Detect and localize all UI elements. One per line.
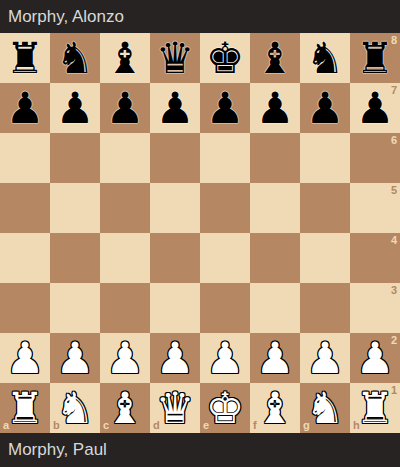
file-label-g: g [303,420,310,431]
square-h5[interactable]: 5 [350,183,400,233]
rank-label-2: 2 [391,335,397,346]
square-e1[interactable]: ♚e [200,383,250,433]
square-a6[interactable] [0,133,50,183]
square-g7[interactable]: ♟ [300,83,350,133]
square-a7[interactable]: ♟ [0,83,50,133]
square-c4[interactable] [100,233,150,283]
piece-white-pawn[interactable]: ♟ [100,333,150,383]
piece-black-pawn[interactable]: ♟ [200,83,250,133]
player-bar-bottom: Morphy, Paul [0,433,400,467]
square-e7[interactable]: ♟ [200,83,250,133]
piece-black-bishop[interactable]: ♝ [100,33,150,83]
square-f4[interactable] [250,233,300,283]
player-name-white: Morphy, Paul [8,440,107,460]
square-g2[interactable]: ♟ [300,333,350,383]
piece-black-king[interactable]: ♚ [200,33,250,83]
square-b6[interactable] [50,133,100,183]
piece-black-pawn[interactable]: ♟ [100,83,150,133]
square-e5[interactable] [200,183,250,233]
square-e3[interactable] [200,283,250,333]
rank-label-1: 1 [391,385,397,396]
player-bar-top: Morphy, Alonzo [0,0,400,33]
piece-black-pawn[interactable]: ♟ [150,83,200,133]
square-b2[interactable]: ♟ [50,333,100,383]
square-b1[interactable]: ♞b [50,383,100,433]
square-a4[interactable] [0,233,50,283]
square-h2[interactable]: ♟2 [350,333,400,383]
piece-black-pawn[interactable]: ♟ [50,83,100,133]
file-label-h: h [353,420,360,431]
file-label-d: d [153,420,160,431]
square-c7[interactable]: ♟ [100,83,150,133]
chess-board: ♜♞♝♛♚♝♞♜8♟♟♟♟♟♟♟♟76543♟♟♟♟♟♟♟♟2♜a♞b♝c♛d♚… [0,33,400,433]
rank-label-5: 5 [391,185,397,196]
square-e8[interactable]: ♚ [200,33,250,83]
square-d4[interactable] [150,233,200,283]
piece-white-pawn[interactable]: ♟ [0,333,50,383]
square-c8[interactable]: ♝ [100,33,150,83]
square-b8[interactable]: ♞ [50,33,100,83]
square-e4[interactable] [200,233,250,283]
square-g4[interactable] [300,233,350,283]
square-f5[interactable] [250,183,300,233]
file-label-c: c [103,420,109,431]
square-e2[interactable]: ♟ [200,333,250,383]
square-g3[interactable] [300,283,350,333]
square-f2[interactable]: ♟ [250,333,300,383]
piece-black-knight[interactable]: ♞ [50,33,100,83]
square-a5[interactable] [0,183,50,233]
square-d6[interactable] [150,133,200,183]
piece-black-rook[interactable]: ♜ [0,33,50,83]
square-a1[interactable]: ♜a [0,383,50,433]
square-f6[interactable] [250,133,300,183]
file-label-b: b [53,420,60,431]
square-h1[interactable]: ♜h1 [350,383,400,433]
square-a8[interactable]: ♜ [0,33,50,83]
piece-black-bishop[interactable]: ♝ [250,33,300,83]
chess-game-window: Morphy, Alonzo ♜♞♝♛♚♝♞♜8♟♟♟♟♟♟♟♟76543♟♟♟… [0,0,400,467]
square-c3[interactable] [100,283,150,333]
square-e6[interactable] [200,133,250,183]
piece-white-bishop[interactable]: ♝ [250,383,300,433]
rank-label-7: 7 [391,85,397,96]
square-b5[interactable] [50,183,100,233]
square-g6[interactable] [300,133,350,183]
square-d8[interactable]: ♛ [150,33,200,83]
piece-white-pawn[interactable]: ♟ [200,333,250,383]
file-label-f: f [253,420,257,431]
square-h7[interactable]: ♟7 [350,83,400,133]
piece-black-knight[interactable]: ♞ [300,33,350,83]
square-d3[interactable] [150,283,200,333]
square-g1[interactable]: ♞g [300,383,350,433]
square-b4[interactable] [50,233,100,283]
square-f3[interactable] [250,283,300,333]
player-name-black: Morphy, Alonzo [8,7,124,27]
square-h8[interactable]: ♜8 [350,33,400,83]
square-d2[interactable]: ♟ [150,333,200,383]
piece-black-queen[interactable]: ♛ [150,33,200,83]
square-f7[interactable]: ♟ [250,83,300,133]
rank-label-4: 4 [391,235,397,246]
square-c2[interactable]: ♟ [100,333,150,383]
rank-label-6: 6 [391,135,397,146]
square-g8[interactable]: ♞ [300,33,350,83]
piece-white-pawn[interactable]: ♟ [50,333,100,383]
rank-label-3: 3 [391,285,397,296]
square-b3[interactable] [50,283,100,333]
file-label-a: a [3,420,9,431]
square-d7[interactable]: ♟ [150,83,200,133]
piece-black-pawn[interactable]: ♟ [300,83,350,133]
square-b7[interactable]: ♟ [50,83,100,133]
file-label-e: e [203,420,209,431]
piece-white-pawn[interactable]: ♟ [300,333,350,383]
square-g5[interactable] [300,183,350,233]
square-h3[interactable]: 3 [350,283,400,333]
piece-white-pawn[interactable]: ♟ [250,333,300,383]
square-c1[interactable]: ♝c [100,383,150,433]
piece-white-pawn[interactable]: ♟ [150,333,200,383]
square-c5[interactable] [100,183,150,233]
square-h4[interactable]: 4 [350,233,400,283]
square-d1[interactable]: ♛d [150,383,200,433]
piece-black-pawn[interactable]: ♟ [250,83,300,133]
square-c6[interactable] [100,133,150,183]
square-a2[interactable]: ♟ [0,333,50,383]
square-a3[interactable] [0,283,50,333]
rank-label-8: 8 [391,35,397,46]
piece-black-pawn[interactable]: ♟ [0,83,50,133]
square-f8[interactable]: ♝ [250,33,300,83]
square-f1[interactable]: ♝f [250,383,300,433]
square-d5[interactable] [150,183,200,233]
square-h6[interactable]: 6 [350,133,400,183]
